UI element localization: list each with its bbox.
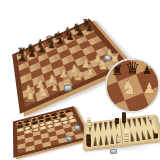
backgammon-point bbox=[145, 129, 152, 140]
backgammon-point-row bbox=[123, 128, 157, 142]
inset-piece: ♟ bbox=[143, 81, 156, 95]
backgammon-board bbox=[83, 114, 160, 150]
backgammon-point bbox=[93, 135, 97, 146]
backgammon-point bbox=[140, 130, 147, 141]
chess-piece-black-p: ♟ bbox=[57, 36, 66, 46]
backgammon-point bbox=[109, 133, 114, 144]
backgammon-half-left bbox=[85, 120, 123, 148]
backgammon-point bbox=[122, 120, 127, 130]
chess-piece-black-p: ♟ bbox=[19, 53, 28, 63]
product-photo: ♜♞♝♛♚♝♞♜♟♟♟♟♟♟♟♟♟♟♟♟♟♟♟♟♜♞♝♛♚♝♞♜ ♜♛♟♞♟ bbox=[0, 0, 160, 160]
checkers-board-grid bbox=[17, 109, 85, 154]
backgammon-half-right bbox=[120, 116, 160, 144]
chess-piece-black-p: ♟ bbox=[28, 49, 37, 59]
backgammon-point-row bbox=[87, 133, 120, 147]
checkers-scene bbox=[0, 88, 92, 156]
clasp-icon bbox=[110, 149, 117, 155]
backgammon-point bbox=[129, 131, 135, 142]
backgammon-point-row bbox=[88, 121, 119, 134]
backgammon-point bbox=[104, 134, 109, 145]
chess-piece-black-p: ♟ bbox=[47, 41, 56, 51]
backgammon-point bbox=[99, 135, 103, 146]
backgammon-checker-stack bbox=[117, 135, 121, 142]
backgammon-checker-stack bbox=[154, 133, 158, 138]
inset-piece: ♟ bbox=[142, 65, 152, 76]
backgammon-point bbox=[109, 121, 114, 131]
checkers-board bbox=[13, 106, 90, 158]
backgammon-point bbox=[93, 123, 97, 133]
chess-piece-black-p: ♟ bbox=[75, 28, 84, 38]
backgammon-point bbox=[127, 119, 133, 129]
backgammon-checker-stack bbox=[86, 134, 90, 146]
chess-piece-black-p: ♟ bbox=[38, 45, 47, 55]
backgammon-point bbox=[98, 122, 102, 132]
backgammon-point bbox=[142, 117, 148, 127]
chess-piece-black-p: ♟ bbox=[66, 32, 75, 42]
backgammon-point bbox=[137, 118, 143, 128]
backgammon-point-row bbox=[122, 117, 154, 130]
backgammon-point bbox=[134, 130, 140, 141]
backgammon-scene bbox=[84, 100, 160, 160]
backgammon-point bbox=[104, 122, 108, 132]
chess-piece-black-p: ♟ bbox=[85, 24, 94, 34]
backgammon-point bbox=[147, 116, 154, 125]
inset-piece: ♞ bbox=[120, 77, 138, 97]
backgammon-point bbox=[132, 118, 138, 128]
backgammon-checker-stack bbox=[124, 130, 128, 142]
